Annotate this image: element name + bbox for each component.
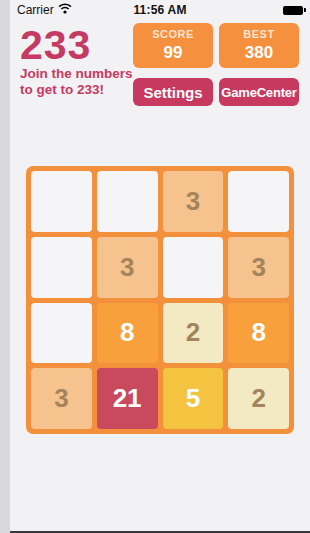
empty-cell-r1c2 <box>97 171 158 232</box>
tile-3-r2c2: 3 <box>97 237 158 298</box>
tile-3-r1c3: 3 <box>163 171 224 232</box>
tile-3-r2c4: 3 <box>228 237 289 298</box>
tile-8-r3c4: 8 <box>228 303 289 364</box>
battery-icon <box>283 6 303 15</box>
score-value: 99 <box>164 43 183 63</box>
tile-5-r4c3: 5 <box>163 368 224 429</box>
empty-cell-r2c1 <box>31 237 92 298</box>
carrier-label: Carrier <box>17 3 54 17</box>
score-box: SCORE 99 <box>133 23 213 68</box>
page-subtitle: Join the numbers to get to 233! <box>20 66 133 97</box>
tile-2-r3c3: 2 <box>163 303 224 364</box>
app-screen: Carrier 11:56 AM 233 Join the numbers to… <box>10 0 310 533</box>
empty-cell-r3c1 <box>31 303 92 364</box>
best-value: 380 <box>245 43 273 63</box>
tile-21-r4c2: 21 <box>97 368 158 429</box>
empty-cell-r1c1 <box>31 171 92 232</box>
page-title: 233 <box>20 22 91 69</box>
status-time: 11:56 AM <box>113 3 207 17</box>
best-box: BEST 380 <box>219 23 299 68</box>
best-label: BEST <box>243 28 274 40</box>
wifi-icon <box>58 3 72 17</box>
tile-2-r4c4: 2 <box>228 368 289 429</box>
status-bar: Carrier 11:56 AM <box>10 0 310 20</box>
tile-3-r4c1: 3 <box>31 368 92 429</box>
empty-cell-r1c4 <box>228 171 289 232</box>
tile-8-r3c2: 8 <box>97 303 158 364</box>
game-board[interactable]: 33382832152 <box>26 166 294 434</box>
empty-cell-r2c3 <box>163 237 224 298</box>
score-label: SCORE <box>152 28 194 40</box>
settings-button[interactable]: Settings <box>133 78 213 106</box>
gamecenter-button[interactable]: GameCenter <box>219 78 299 106</box>
